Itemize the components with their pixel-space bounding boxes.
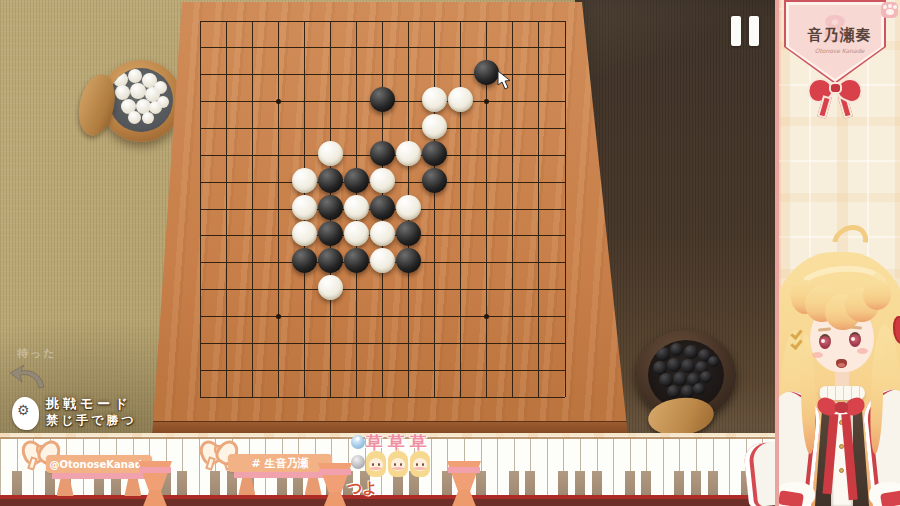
streamer-logo-sub: Otonose Kanade [779,47,900,54]
black-stone [422,141,447,166]
white-stone [370,221,395,246]
comment-emotes [366,451,436,479]
streamer-logo: 音乃瀬奏 [779,26,900,45]
white-stone [370,248,395,273]
undo-label: 待った [17,346,57,361]
undo-arrow-icon[interactable] [8,362,48,392]
comment-avatar-gray [351,455,365,469]
mode-subtitle: 禁じ手で勝つ [46,412,137,429]
comment-avatar-blue [351,435,365,449]
hashtag-sign: # 生音乃瀬 [228,454,332,472]
white-stone [344,221,369,246]
black-stone [318,195,343,220]
white-stone-bowl-inner [109,68,173,132]
challenge-mode-icon: ⚙ [12,397,39,430]
goban-board[interactable] [150,0,628,437]
black-stone [344,168,369,193]
character-mouth [836,359,847,368]
handle-text: @OtonoseKanade [49,459,148,470]
hashtag-text: # 生音乃瀬 [251,456,308,471]
music-note-hairclips [791,330,807,352]
comment-text-tsuyo: つよ [347,479,378,498]
black-stone [396,248,421,273]
black-stone [344,248,369,273]
streamer-panel: 8 音乃瀬奏 Otonose Kanade [775,0,900,506]
white-stone [396,141,421,166]
white-stone [396,195,421,220]
kanade-emote [366,451,386,477]
pennant-bow-icon [807,76,863,120]
white-stone [318,275,343,300]
music-stand [447,461,481,506]
white-stone [448,87,473,112]
white-stone [422,114,447,139]
white-stone [292,221,317,246]
black-stone [318,248,343,273]
white-stone [318,141,343,166]
black-stone [370,87,395,112]
kanade-emote [410,451,430,477]
black-stone [318,168,343,193]
black-stone [396,221,421,246]
bottom-bar: @OtonoseKanade # 生音乃瀬 草草草 つよ [0,433,900,506]
character-eye [849,332,861,347]
black-stone [474,60,499,85]
kanade-emote [388,451,408,477]
white-stone [292,195,317,220]
music-stand [138,461,172,506]
mouse-cursor-icon [497,70,512,91]
black-stone [318,221,343,246]
black-stone [292,248,317,273]
handle-sign: @OtonoseKanade [46,455,152,473]
character-eye [819,334,831,349]
white-stone [370,168,395,193]
gear-icon: ⚙ [17,402,30,418]
white-stone [422,87,447,112]
pause-button[interactable] [731,15,759,47]
black-stone [370,195,395,220]
black-stone [422,168,447,193]
white-stone [292,168,317,193]
stream-screen: 待った ⚙ 挑戦モード 禁じ手で勝つ @OtonoseKanade # 生音乃瀬 [0,0,900,506]
white-stone [344,195,369,220]
mode-title: 挑戦モード [46,395,137,412]
black-stone [370,141,395,166]
